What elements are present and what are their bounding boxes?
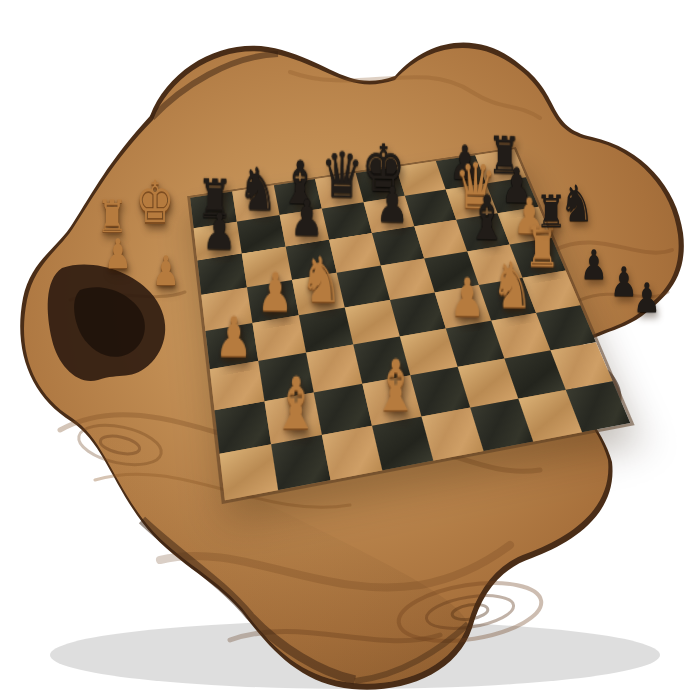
white-pawn[interactable]: ♟ (257, 266, 293, 319)
black-queen[interactable]: ♛ (321, 143, 364, 207)
white-pawn[interactable]: ♟ (215, 310, 253, 365)
square-e4[interactable] (390, 293, 446, 337)
white-pawn[interactable]: ♟ (450, 272, 485, 326)
white-knight[interactable]: ♞ (300, 249, 343, 313)
black-knight[interactable]: ♞ (238, 161, 278, 220)
black-pawn[interactable]: ♟ (290, 194, 324, 244)
offboard-white-pawn[interactable]: ♟ (152, 251, 180, 292)
product-photo-scene: ♜♞♝♛♚♟♜♟♟♟♛♟♝♟♟♞♜♟♟♞♝♝ ♜♚♟♟ ♜♞♟♟♟ (0, 0, 700, 700)
black-bishop[interactable]: ♝ (467, 187, 507, 249)
black-pawn[interactable]: ♟ (376, 181, 409, 231)
offboard-black-knight[interactable]: ♞ (560, 179, 594, 229)
offboard-black-pawn[interactable]: ♟ (633, 278, 661, 319)
square-c5[interactable]: ♞ (292, 273, 345, 316)
offboard-white-pawn[interactable]: ♟ (104, 234, 132, 275)
black-pawn[interactable]: ♟ (202, 207, 237, 258)
square-d4[interactable] (345, 300, 400, 345)
offboard-white-king[interactable]: ♚ (135, 173, 174, 231)
white-knight[interactable]: ♞ (491, 254, 533, 318)
offboard-black-pawn[interactable]: ♟ (580, 245, 608, 286)
white-bishop[interactable]: ♝ (372, 351, 419, 422)
square-d1[interactable] (372, 417, 433, 471)
square-b2[interactable]: ♝ (264, 393, 321, 445)
white-bishop[interactable]: ♝ (271, 368, 320, 440)
